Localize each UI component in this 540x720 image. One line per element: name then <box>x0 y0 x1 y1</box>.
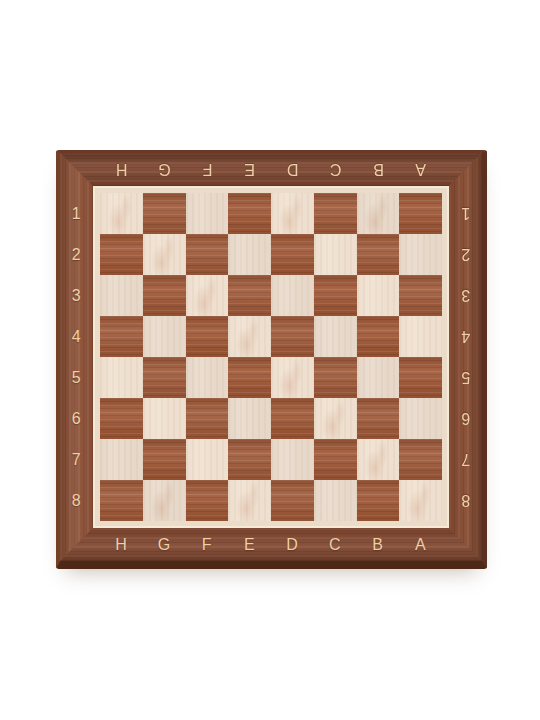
file-label-bottom-D: D <box>271 528 314 561</box>
file-label-top-B: B <box>357 153 400 186</box>
square-h1 <box>100 193 143 234</box>
file-labels-bottom: HGFEDCBA <box>100 528 442 561</box>
rank-labels-left: 12345678 <box>60 193 93 521</box>
square-e4 <box>228 316 271 357</box>
square-h4 <box>100 316 143 357</box>
file-label-bottom-C: C <box>314 528 357 561</box>
square-e1 <box>228 193 271 234</box>
square-b3 <box>357 275 400 316</box>
rank-label-right-8: 8 <box>449 480 482 521</box>
rank-label-right-7: 7 <box>449 439 482 480</box>
rank-label-right-4: 4 <box>449 316 482 357</box>
square-b4 <box>357 316 400 357</box>
rank-label-left-7: 7 <box>60 439 93 480</box>
chessboard: HGFEDCBA HGFEDCBA 12345678 12345678 <box>56 150 487 569</box>
square-g4 <box>143 316 186 357</box>
square-f2 <box>186 234 229 275</box>
square-e7 <box>228 439 271 480</box>
square-d6 <box>271 398 314 439</box>
square-g8 <box>143 480 186 521</box>
file-label-bottom-F: F <box>186 528 229 561</box>
square-e3 <box>228 275 271 316</box>
rank-label-right-3: 3 <box>449 275 482 316</box>
square-a4 <box>399 316 442 357</box>
file-label-top-D: D <box>271 153 314 186</box>
file-label-bottom-G: G <box>143 528 186 561</box>
square-f5 <box>186 357 229 398</box>
square-d1 <box>271 193 314 234</box>
rank-label-right-5: 5 <box>449 357 482 398</box>
file-label-bottom-A: A <box>399 528 442 561</box>
board-grid <box>100 193 442 521</box>
square-g2 <box>143 234 186 275</box>
square-c1 <box>314 193 357 234</box>
chessboard-face: HGFEDCBA HGFEDCBA 12345678 12345678 <box>60 153 482 561</box>
file-label-bottom-B: B <box>357 528 400 561</box>
square-h8 <box>100 480 143 521</box>
square-g5 <box>143 357 186 398</box>
rank-label-right-1: 1 <box>449 193 482 234</box>
file-label-top-E: E <box>228 153 271 186</box>
square-g1 <box>143 193 186 234</box>
square-c5 <box>314 357 357 398</box>
square-f8 <box>186 480 229 521</box>
square-h5 <box>100 357 143 398</box>
square-b2 <box>357 234 400 275</box>
square-e5 <box>228 357 271 398</box>
file-label-top-H: H <box>100 153 143 186</box>
square-a8 <box>399 480 442 521</box>
rank-label-left-2: 2 <box>60 234 93 275</box>
square-b7 <box>357 439 400 480</box>
square-h7 <box>100 439 143 480</box>
file-label-bottom-H: H <box>100 528 143 561</box>
rank-label-right-2: 2 <box>449 234 482 275</box>
square-a2 <box>399 234 442 275</box>
file-label-bottom-E: E <box>228 528 271 561</box>
square-a6 <box>399 398 442 439</box>
square-g6 <box>143 398 186 439</box>
square-c4 <box>314 316 357 357</box>
square-f1 <box>186 193 229 234</box>
rank-label-right-6: 6 <box>449 398 482 439</box>
square-d8 <box>271 480 314 521</box>
photo-background: HGFEDCBA HGFEDCBA 12345678 12345678 <box>0 0 540 720</box>
square-b6 <box>357 398 400 439</box>
square-g7 <box>143 439 186 480</box>
rank-labels-right: 12345678 <box>449 193 482 521</box>
file-labels-top: HGFEDCBA <box>100 153 442 186</box>
square-b8 <box>357 480 400 521</box>
square-c7 <box>314 439 357 480</box>
square-g3 <box>143 275 186 316</box>
rank-label-left-6: 6 <box>60 398 93 439</box>
square-h2 <box>100 234 143 275</box>
file-label-top-C: C <box>314 153 357 186</box>
square-d5 <box>271 357 314 398</box>
square-f3 <box>186 275 229 316</box>
rank-label-left-8: 8 <box>60 480 93 521</box>
square-b1 <box>357 193 400 234</box>
rank-label-left-1: 1 <box>60 193 93 234</box>
square-f4 <box>186 316 229 357</box>
square-d7 <box>271 439 314 480</box>
square-c3 <box>314 275 357 316</box>
square-h3 <box>100 275 143 316</box>
square-c8 <box>314 480 357 521</box>
square-a3 <box>399 275 442 316</box>
square-d4 <box>271 316 314 357</box>
square-a5 <box>399 357 442 398</box>
square-a7 <box>399 439 442 480</box>
rank-label-left-3: 3 <box>60 275 93 316</box>
rank-label-left-4: 4 <box>60 316 93 357</box>
square-e2 <box>228 234 271 275</box>
square-a1 <box>399 193 442 234</box>
square-d2 <box>271 234 314 275</box>
file-label-top-A: A <box>399 153 442 186</box>
square-f6 <box>186 398 229 439</box>
square-f7 <box>186 439 229 480</box>
square-e6 <box>228 398 271 439</box>
rank-label-left-5: 5 <box>60 357 93 398</box>
square-c6 <box>314 398 357 439</box>
square-c2 <box>314 234 357 275</box>
square-b5 <box>357 357 400 398</box>
file-label-top-G: G <box>143 153 186 186</box>
file-label-top-F: F <box>186 153 229 186</box>
square-d3 <box>271 275 314 316</box>
square-e8 <box>228 480 271 521</box>
square-h6 <box>100 398 143 439</box>
